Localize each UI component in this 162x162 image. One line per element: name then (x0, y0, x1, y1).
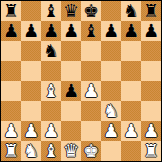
piece-black-bishop-c8[interactable]: ♝ (43, 1, 59, 21)
square-e5[interactable] (81, 61, 101, 81)
square-e8[interactable]: ♚ (81, 1, 101, 21)
square-d2[interactable] (61, 121, 81, 141)
square-b1[interactable]: ♞ (21, 141, 41, 161)
square-c6[interactable]: ♞ (41, 41, 61, 61)
piece-white-pawn-b2[interactable]: ♟ (23, 121, 39, 141)
square-c7[interactable]: ♟ (41, 21, 61, 41)
square-b8[interactable] (21, 1, 41, 21)
square-g6[interactable] (121, 41, 141, 61)
square-d3[interactable] (61, 101, 81, 121)
piece-black-bishop-e7[interactable]: ♝ (83, 21, 99, 41)
square-h7[interactable]: ♟ (141, 21, 161, 41)
piece-white-pawn-c2[interactable]: ♟ (43, 121, 59, 141)
piece-white-pawn-h2[interactable]: ♟ (143, 121, 159, 141)
square-d6[interactable] (61, 41, 81, 61)
square-e4[interactable]: ♟ (81, 81, 101, 101)
square-f6[interactable] (101, 41, 121, 61)
square-a7[interactable]: ♟ (1, 21, 21, 41)
square-a4[interactable] (1, 81, 21, 101)
square-f5[interactable] (101, 61, 121, 81)
square-e2[interactable] (81, 121, 101, 141)
piece-black-queen-d8[interactable]: ♛ (63, 1, 79, 21)
chess-board: ♜♝♛♚♞♜♟♟♟♟♝♟♟♟♞♝♟♟♞♟♟♟♟♟♟♜♞♝♛♚♜ (0, 0, 162, 162)
square-a2[interactable]: ♟ (1, 121, 21, 141)
piece-black-pawn-d4[interactable]: ♟ (63, 81, 79, 101)
piece-black-pawn-f7[interactable]: ♟ (103, 21, 119, 41)
piece-black-pawn-h7[interactable]: ♟ (143, 21, 159, 41)
piece-white-pawn-e4[interactable]: ♟ (83, 81, 99, 101)
square-g2[interactable]: ♟ (121, 121, 141, 141)
square-g7[interactable]: ♟ (121, 21, 141, 41)
square-h2[interactable]: ♟ (141, 121, 161, 141)
square-g5[interactable] (121, 61, 141, 81)
square-c5[interactable] (41, 61, 61, 81)
piece-black-rook-h8[interactable]: ♜ (143, 1, 159, 21)
square-h8[interactable]: ♜ (141, 1, 161, 21)
square-b2[interactable]: ♟ (21, 121, 41, 141)
square-e1[interactable]: ♚ (81, 141, 101, 161)
square-a1[interactable]: ♜ (1, 141, 21, 161)
square-a3[interactable] (1, 101, 21, 121)
piece-white-bishop-c4[interactable]: ♝ (43, 81, 59, 101)
square-f4[interactable] (101, 81, 121, 101)
square-h4[interactable] (141, 81, 161, 101)
piece-white-rook-a1[interactable]: ♜ (3, 141, 19, 161)
piece-black-pawn-b7[interactable]: ♟ (23, 21, 39, 41)
square-f1[interactable] (101, 141, 121, 161)
square-a6[interactable] (1, 41, 21, 61)
piece-white-rook-h1[interactable]: ♜ (143, 141, 159, 161)
piece-white-knight-f3[interactable]: ♞ (103, 101, 119, 121)
square-h3[interactable] (141, 101, 161, 121)
square-g3[interactable] (121, 101, 141, 121)
piece-white-queen-d1[interactable]: ♛ (63, 141, 79, 161)
square-b7[interactable]: ♟ (21, 21, 41, 41)
piece-black-pawn-g7[interactable]: ♟ (123, 21, 139, 41)
piece-white-bishop-c1[interactable]: ♝ (43, 141, 59, 161)
piece-black-pawn-d7[interactable]: ♟ (63, 21, 79, 41)
piece-black-rook-a8[interactable]: ♜ (3, 1, 19, 21)
piece-black-knight-c6[interactable]: ♞ (43, 41, 59, 61)
square-a8[interactable]: ♜ (1, 1, 21, 21)
square-f2[interactable]: ♟ (101, 121, 121, 141)
square-f3[interactable]: ♞ (101, 101, 121, 121)
square-h6[interactable] (141, 41, 161, 61)
square-e7[interactable]: ♝ (81, 21, 101, 41)
square-d5[interactable] (61, 61, 81, 81)
square-g8[interactable]: ♞ (121, 1, 141, 21)
piece-white-pawn-f2[interactable]: ♟ (103, 121, 119, 141)
piece-black-king-e8[interactable]: ♚ (83, 1, 99, 21)
square-e3[interactable] (81, 101, 101, 121)
square-g1[interactable] (121, 141, 141, 161)
square-b4[interactable] (21, 81, 41, 101)
piece-black-pawn-c7[interactable]: ♟ (43, 21, 59, 41)
square-g4[interactable] (121, 81, 141, 101)
square-d7[interactable]: ♟ (61, 21, 81, 41)
square-f7[interactable]: ♟ (101, 21, 121, 41)
square-a5[interactable] (1, 61, 21, 81)
square-e6[interactable] (81, 41, 101, 61)
piece-black-knight-g8[interactable]: ♞ (123, 1, 139, 21)
square-d1[interactable]: ♛ (61, 141, 81, 161)
piece-white-pawn-a2[interactable]: ♟ (3, 121, 19, 141)
square-c1[interactable]: ♝ (41, 141, 61, 161)
square-b3[interactable] (21, 101, 41, 121)
piece-black-pawn-a7[interactable]: ♟ (3, 21, 19, 41)
square-c3[interactable] (41, 101, 61, 121)
square-d4[interactable]: ♟ (61, 81, 81, 101)
square-h1[interactable]: ♜ (141, 141, 161, 161)
square-c4[interactable]: ♝ (41, 81, 61, 101)
square-c8[interactable]: ♝ (41, 1, 61, 21)
square-c2[interactable]: ♟ (41, 121, 61, 141)
square-f8[interactable] (101, 1, 121, 21)
piece-white-knight-b1[interactable]: ♞ (23, 141, 39, 161)
square-b5[interactable] (21, 61, 41, 81)
piece-white-pawn-g2[interactable]: ♟ (123, 121, 139, 141)
square-d8[interactable]: ♛ (61, 1, 81, 21)
piece-white-king-e1[interactable]: ♚ (83, 141, 99, 161)
square-h5[interactable] (141, 61, 161, 81)
square-b6[interactable] (21, 41, 41, 61)
